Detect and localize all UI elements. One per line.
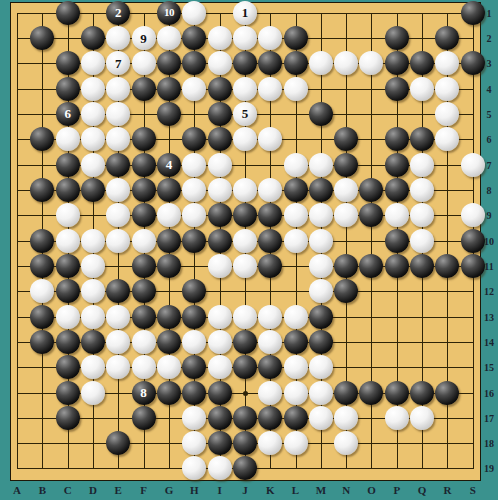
white-stone-M9[interactable] xyxy=(309,203,333,227)
black-stone-S1[interactable] xyxy=(461,1,485,25)
black-stone-H16[interactable] xyxy=(182,381,206,405)
move-number-label: 7 xyxy=(115,57,122,70)
black-stone-H2[interactable] xyxy=(182,26,206,50)
white-stone-D11[interactable] xyxy=(81,254,105,278)
column-label-S: S xyxy=(470,484,476,496)
white-stone-J1[interactable]: 1 xyxy=(233,1,257,25)
black-stone-J19[interactable] xyxy=(233,456,257,480)
black-stone-D14[interactable] xyxy=(81,330,105,354)
column-label-N: N xyxy=(342,484,350,496)
black-stone-O9[interactable] xyxy=(359,203,383,227)
star-point xyxy=(243,391,248,396)
black-stone-R16[interactable] xyxy=(435,381,459,405)
white-stone-R6[interactable] xyxy=(435,127,459,151)
black-stone-F13[interactable] xyxy=(132,305,156,329)
black-stone-Q11[interactable] xyxy=(410,254,434,278)
white-stone-I2[interactable] xyxy=(208,26,232,50)
white-stone-C10[interactable] xyxy=(56,229,80,253)
black-stone-E12[interactable] xyxy=(106,279,130,303)
white-stone-I8[interactable] xyxy=(208,178,232,202)
black-stone-I10[interactable] xyxy=(208,229,232,253)
black-stone-I6[interactable] xyxy=(208,127,232,151)
white-stone-K4[interactable] xyxy=(258,77,282,101)
row-label-9: 9 xyxy=(487,210,492,221)
black-stone-F6[interactable] xyxy=(132,127,156,151)
white-stone-Q17[interactable] xyxy=(410,406,434,430)
black-stone-B10[interactable] xyxy=(30,229,54,253)
white-stone-H19[interactable] xyxy=(182,456,206,480)
white-stone-E4[interactable] xyxy=(106,77,130,101)
white-stone-M12[interactable] xyxy=(309,279,333,303)
black-stone-C17[interactable] xyxy=(56,406,80,430)
white-stone-E14[interactable] xyxy=(106,330,130,354)
black-stone-K10[interactable] xyxy=(258,229,282,253)
black-stone-P4[interactable] xyxy=(385,77,409,101)
black-stone-F16[interactable]: 8 xyxy=(132,381,156,405)
black-stone-G11[interactable] xyxy=(157,254,181,278)
white-stone-L10[interactable] xyxy=(284,229,308,253)
column-label-A: A xyxy=(13,484,21,496)
black-stone-F8[interactable] xyxy=(132,178,156,202)
black-stone-O11[interactable] xyxy=(359,254,383,278)
black-stone-L8[interactable] xyxy=(284,178,308,202)
white-stone-L13[interactable] xyxy=(284,305,308,329)
black-stone-P11[interactable] xyxy=(385,254,409,278)
white-stone-I11[interactable] xyxy=(208,254,232,278)
black-stone-C15[interactable] xyxy=(56,355,80,379)
white-stone-J8[interactable] xyxy=(233,178,257,202)
black-stone-Q3[interactable] xyxy=(410,51,434,75)
white-stone-D5[interactable] xyxy=(81,102,105,126)
black-stone-G16[interactable] xyxy=(157,381,181,405)
black-stone-I4[interactable] xyxy=(208,77,232,101)
white-stone-P17[interactable] xyxy=(385,406,409,430)
white-stone-S7[interactable] xyxy=(461,153,485,177)
white-stone-K2[interactable] xyxy=(258,26,282,50)
row-label-13: 13 xyxy=(484,311,494,322)
white-stone-K13[interactable] xyxy=(258,305,282,329)
black-stone-N12[interactable] xyxy=(334,279,358,303)
move-number-label: 2 xyxy=(115,6,122,19)
white-stone-M17[interactable] xyxy=(309,406,333,430)
white-stone-N3[interactable] xyxy=(334,51,358,75)
column-label-H: H xyxy=(190,484,199,496)
white-stone-D4[interactable] xyxy=(81,77,105,101)
white-stone-M16[interactable] xyxy=(309,381,333,405)
black-stone-K15[interactable] xyxy=(258,355,282,379)
row-label-14: 14 xyxy=(484,336,494,347)
white-stone-F15[interactable] xyxy=(132,355,156,379)
white-stone-K6[interactable] xyxy=(258,127,282,151)
black-stone-N7[interactable] xyxy=(334,153,358,177)
black-stone-I16[interactable] xyxy=(208,381,232,405)
black-stone-C11[interactable] xyxy=(56,254,80,278)
black-stone-B14[interactable] xyxy=(30,330,54,354)
black-stone-M14[interactable] xyxy=(309,330,333,354)
white-stone-N18[interactable] xyxy=(334,431,358,455)
white-stone-J4[interactable] xyxy=(233,77,257,101)
row-label-2: 2 xyxy=(487,33,492,44)
white-stone-J10[interactable] xyxy=(233,229,257,253)
white-stone-J2[interactable] xyxy=(233,26,257,50)
white-stone-G2[interactable] xyxy=(157,26,181,50)
row-label-16: 16 xyxy=(484,387,494,398)
black-stone-G5[interactable] xyxy=(157,102,181,126)
black-stone-K9[interactable] xyxy=(258,203,282,227)
white-stone-S9[interactable] xyxy=(461,203,485,227)
move-number-label: 6 xyxy=(64,107,71,120)
white-stone-L16[interactable] xyxy=(284,381,308,405)
black-stone-N11[interactable] xyxy=(334,254,358,278)
white-stone-C6[interactable] xyxy=(56,127,80,151)
column-label-I: I xyxy=(217,484,221,496)
black-stone-P2[interactable] xyxy=(385,26,409,50)
black-stone-K11[interactable] xyxy=(258,254,282,278)
white-stone-B12[interactable] xyxy=(30,279,54,303)
white-stone-I15[interactable] xyxy=(208,355,232,379)
row-label-8: 8 xyxy=(487,184,492,195)
white-stone-H17[interactable] xyxy=(182,406,206,430)
black-stone-F11[interactable] xyxy=(132,254,156,278)
black-stone-M5[interactable] xyxy=(309,102,333,126)
white-stone-C13[interactable] xyxy=(56,305,80,329)
black-stone-K17[interactable] xyxy=(258,406,282,430)
black-stone-S3[interactable] xyxy=(461,51,485,75)
row-label-6: 6 xyxy=(487,134,492,145)
black-stone-G3[interactable] xyxy=(157,51,181,75)
black-stone-J9[interactable] xyxy=(233,203,257,227)
white-stone-J6[interactable] xyxy=(233,127,257,151)
white-stone-G9[interactable] xyxy=(157,203,181,227)
black-stone-F17[interactable] xyxy=(132,406,156,430)
white-stone-E5[interactable] xyxy=(106,102,130,126)
move-number-label: 1 xyxy=(242,6,249,19)
white-stone-H9[interactable] xyxy=(182,203,206,227)
white-stone-L18[interactable] xyxy=(284,431,308,455)
white-stone-I13[interactable] xyxy=(208,305,232,329)
white-stone-E6[interactable] xyxy=(106,127,130,151)
black-stone-C14[interactable] xyxy=(56,330,80,354)
move-number-label: 10 xyxy=(164,7,174,18)
black-stone-F4[interactable] xyxy=(132,77,156,101)
white-stone-Q7[interactable] xyxy=(410,153,434,177)
black-stone-J14[interactable] xyxy=(233,330,257,354)
column-label-O: O xyxy=(367,484,376,496)
white-stone-E3[interactable]: 7 xyxy=(106,51,130,75)
white-stone-H8[interactable] xyxy=(182,178,206,202)
white-stone-N8[interactable] xyxy=(334,178,358,202)
black-stone-B2[interactable] xyxy=(30,26,54,50)
row-label-1: 1 xyxy=(487,7,492,18)
black-stone-H6[interactable] xyxy=(182,127,206,151)
white-stone-M10[interactable] xyxy=(309,229,333,253)
black-stone-P3[interactable] xyxy=(385,51,409,75)
white-stone-O3[interactable] xyxy=(359,51,383,75)
white-stone-D15[interactable] xyxy=(81,355,105,379)
black-stone-J3[interactable] xyxy=(233,51,257,75)
go-board-frame: 2101976548 ABCDEFGHIJKLMNOPQRS1234567891… xyxy=(0,0,498,500)
black-stone-K3[interactable] xyxy=(258,51,282,75)
column-label-K: K xyxy=(266,484,275,496)
white-stone-M11[interactable] xyxy=(309,254,333,278)
white-stone-N9[interactable] xyxy=(334,203,358,227)
black-stone-M13[interactable] xyxy=(309,305,333,329)
white-stone-I14[interactable] xyxy=(208,330,232,354)
white-stone-M15[interactable] xyxy=(309,355,333,379)
row-label-19: 19 xyxy=(484,463,494,474)
white-stone-I19[interactable] xyxy=(208,456,232,480)
black-stone-C8[interactable] xyxy=(56,178,80,202)
column-label-P: P xyxy=(393,484,400,496)
move-number-label: 4 xyxy=(166,158,173,171)
black-stone-L14[interactable] xyxy=(284,330,308,354)
black-stone-N6[interactable] xyxy=(334,127,358,151)
black-stone-G14[interactable] xyxy=(157,330,181,354)
black-stone-G13[interactable] xyxy=(157,305,181,329)
black-stone-I5[interactable] xyxy=(208,102,232,126)
black-stone-P7[interactable] xyxy=(385,153,409,177)
white-stone-K14[interactable] xyxy=(258,330,282,354)
white-stone-H7[interactable] xyxy=(182,153,206,177)
column-label-M: M xyxy=(316,484,326,496)
white-stone-L4[interactable] xyxy=(284,77,308,101)
column-label-C: C xyxy=(64,484,72,496)
black-stone-B11[interactable] xyxy=(30,254,54,278)
white-stone-F2[interactable]: 9 xyxy=(132,26,156,50)
black-stone-L2[interactable] xyxy=(284,26,308,50)
black-stone-C16[interactable] xyxy=(56,381,80,405)
column-label-Q: Q xyxy=(418,484,427,496)
row-label-17: 17 xyxy=(484,412,494,423)
black-stone-G10[interactable] xyxy=(157,229,181,253)
black-stone-O8[interactable] xyxy=(359,178,383,202)
black-stone-Q6[interactable] xyxy=(410,127,434,151)
white-stone-D7[interactable] xyxy=(81,153,105,177)
black-stone-I18[interactable] xyxy=(208,431,232,455)
black-stone-H13[interactable] xyxy=(182,305,206,329)
black-stone-I17[interactable] xyxy=(208,406,232,430)
black-stone-O16[interactable] xyxy=(359,381,383,405)
move-number-label: 9 xyxy=(140,32,147,45)
white-stone-D10[interactable] xyxy=(81,229,105,253)
white-stone-J5[interactable]: 5 xyxy=(233,102,257,126)
black-stone-C7[interactable] xyxy=(56,153,80,177)
black-stone-H12[interactable] xyxy=(182,279,206,303)
white-stone-N17[interactable] xyxy=(334,406,358,430)
white-stone-R5[interactable] xyxy=(435,102,459,126)
black-stone-F9[interactable] xyxy=(132,203,156,227)
black-stone-E18[interactable] xyxy=(106,431,130,455)
black-stone-F12[interactable] xyxy=(132,279,156,303)
black-stone-E1[interactable]: 2 xyxy=(106,1,130,25)
white-stone-Q9[interactable] xyxy=(410,203,434,227)
white-stone-Q10[interactable] xyxy=(410,229,434,253)
row-label-15: 15 xyxy=(484,362,494,373)
black-stone-P16[interactable] xyxy=(385,381,409,405)
black-stone-Q16[interactable] xyxy=(410,381,434,405)
row-label-7: 7 xyxy=(487,159,492,170)
column-label-B: B xyxy=(39,484,46,496)
white-stone-I3[interactable] xyxy=(208,51,232,75)
white-stone-J11[interactable] xyxy=(233,254,257,278)
black-stone-C12[interactable] xyxy=(56,279,80,303)
white-stone-R4[interactable] xyxy=(435,77,459,101)
white-stone-D13[interactable] xyxy=(81,305,105,329)
white-stone-F10[interactable] xyxy=(132,229,156,253)
white-stone-L7[interactable] xyxy=(284,153,308,177)
row-label-11: 11 xyxy=(484,260,493,271)
column-label-R: R xyxy=(443,484,451,496)
move-number-label: 8 xyxy=(140,386,147,399)
black-stone-G8[interactable] xyxy=(157,178,181,202)
white-stone-E2[interactable] xyxy=(106,26,130,50)
black-stone-M8[interactable] xyxy=(309,178,333,202)
white-stone-M7[interactable] xyxy=(309,153,333,177)
black-stone-G7[interactable]: 4 xyxy=(157,153,181,177)
white-stone-D16[interactable] xyxy=(81,381,105,405)
move-number-label: 5 xyxy=(242,107,249,120)
black-stone-H10[interactable] xyxy=(182,229,206,253)
white-stone-G15[interactable] xyxy=(157,355,181,379)
row-label-18: 18 xyxy=(484,438,494,449)
white-stone-E10[interactable] xyxy=(106,229,130,253)
white-stone-H18[interactable] xyxy=(182,431,206,455)
black-stone-E7[interactable] xyxy=(106,153,130,177)
black-stone-L17[interactable] xyxy=(284,406,308,430)
white-stone-C9[interactable] xyxy=(56,203,80,227)
black-stone-J15[interactable] xyxy=(233,355,257,379)
row-label-12: 12 xyxy=(484,286,494,297)
white-stone-L9[interactable] xyxy=(284,203,308,227)
black-stone-B6[interactable] xyxy=(30,127,54,151)
row-label-3: 3 xyxy=(487,58,492,69)
column-label-E: E xyxy=(115,484,122,496)
black-stone-R2[interactable] xyxy=(435,26,459,50)
column-label-J: J xyxy=(242,484,248,496)
row-label-4: 4 xyxy=(487,83,492,94)
black-stone-J18[interactable] xyxy=(233,431,257,455)
row-label-10: 10 xyxy=(484,235,494,246)
row-label-5: 5 xyxy=(487,108,492,119)
black-stone-J17[interactable] xyxy=(233,406,257,430)
white-stone-E15[interactable] xyxy=(106,355,130,379)
white-stone-Q4[interactable] xyxy=(410,77,434,101)
black-stone-G1[interactable]: 10 xyxy=(157,1,181,25)
black-stone-C1[interactable] xyxy=(56,1,80,25)
black-stone-P8[interactable] xyxy=(385,178,409,202)
column-label-G: G xyxy=(165,484,174,496)
black-stone-B8[interactable] xyxy=(30,178,54,202)
white-stone-F14[interactable] xyxy=(132,330,156,354)
white-stone-E9[interactable] xyxy=(106,203,130,227)
black-stone-F7[interactable] xyxy=(132,153,156,177)
black-stone-D8[interactable] xyxy=(81,178,105,202)
black-stone-C3[interactable] xyxy=(56,51,80,75)
black-stone-C4[interactable] xyxy=(56,77,80,101)
black-stone-C5[interactable]: 6 xyxy=(56,102,80,126)
white-stone-Q8[interactable] xyxy=(410,178,434,202)
white-stone-H14[interactable] xyxy=(182,330,206,354)
column-label-F: F xyxy=(140,484,147,496)
white-stone-H4[interactable] xyxy=(182,77,206,101)
white-stone-P9[interactable] xyxy=(385,203,409,227)
black-stone-B13[interactable] xyxy=(30,305,54,329)
white-stone-M3[interactable] xyxy=(309,51,333,75)
white-stone-D12[interactable] xyxy=(81,279,105,303)
white-stone-E8[interactable] xyxy=(106,178,130,202)
white-stone-K18[interactable] xyxy=(258,431,282,455)
black-stone-G4[interactable] xyxy=(157,77,181,101)
white-stone-L15[interactable] xyxy=(284,355,308,379)
white-stone-D3[interactable] xyxy=(81,51,105,75)
black-stone-P10[interactable] xyxy=(385,229,409,253)
black-stone-I9[interactable] xyxy=(208,203,232,227)
go-board[interactable]: 2101976548 xyxy=(10,2,481,481)
white-stone-I7[interactable] xyxy=(208,153,232,177)
black-stone-L3[interactable] xyxy=(284,51,308,75)
black-stone-H3[interactable] xyxy=(182,51,206,75)
white-stone-E13[interactable] xyxy=(106,305,130,329)
white-stone-F3[interactable] xyxy=(132,51,156,75)
black-stone-R11[interactable] xyxy=(435,254,459,278)
white-stone-K8[interactable] xyxy=(258,178,282,202)
black-stone-D2[interactable] xyxy=(81,26,105,50)
white-stone-D6[interactable] xyxy=(81,127,105,151)
white-stone-J13[interactable] xyxy=(233,305,257,329)
column-label-L: L xyxy=(292,484,299,496)
black-stone-H15[interactable] xyxy=(182,355,206,379)
white-stone-R3[interactable] xyxy=(435,51,459,75)
black-stone-S10[interactable] xyxy=(461,229,485,253)
black-stone-P6[interactable] xyxy=(385,127,409,151)
black-stone-N16[interactable] xyxy=(334,381,358,405)
column-label-D: D xyxy=(89,484,97,496)
white-stone-K16[interactable] xyxy=(258,381,282,405)
black-stone-S11[interactable] xyxy=(461,254,485,278)
white-stone-H1[interactable] xyxy=(182,1,206,25)
